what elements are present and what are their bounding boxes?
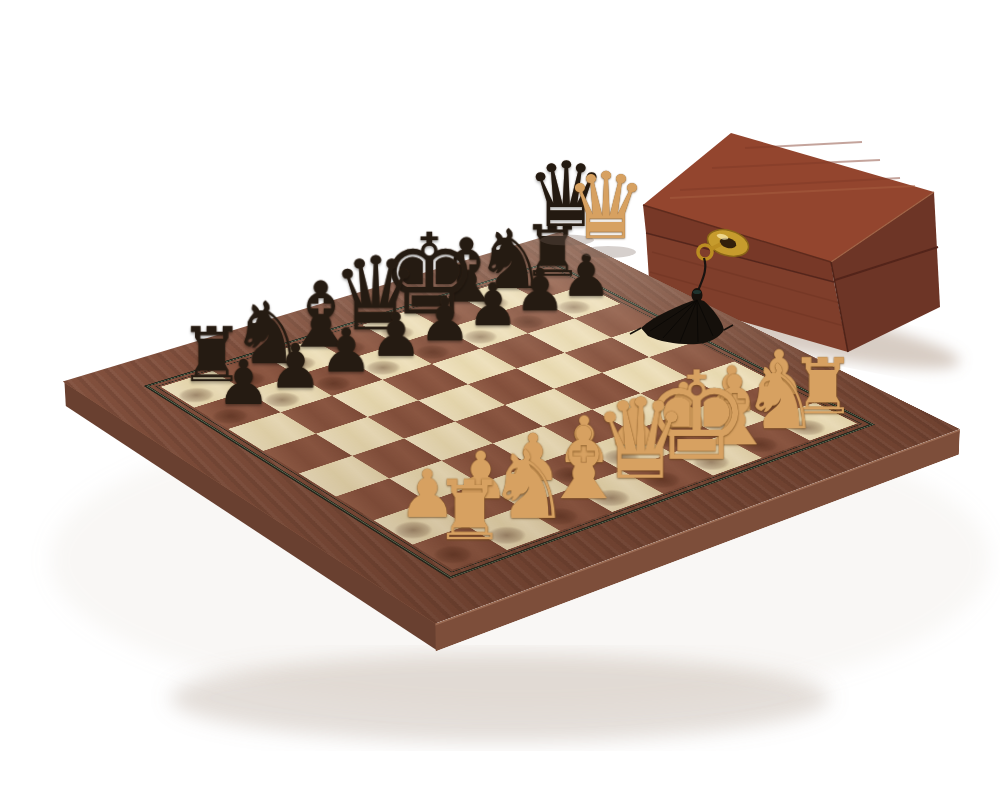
chessboard: ♜♞♝♛♚♝♞♜♟♟♟♟♟♟♟♟♟♟♟♟♟♟♟♟♜♞♝♛♚♝♞♜ [63, 232, 960, 624]
spare-white-queen: ♛ [561, 161, 651, 253]
chess-set-photo: ♜♞♝♛♚♝♞♜♟♟♟♟♟♟♟♟♟♟♟♟♟♟♟♟♜♞♝♛♚♝♞♜ ♛ ♛ [0, 0, 1000, 800]
board-scene: ♜♞♝♛♚♝♞♜♟♟♟♟♟♟♟♟♟♟♟♟♟♟♟♟♜♞♝♛♚♝♞♜ [0, 0, 1000, 800]
piece-black-pawn-a7: ♟ [212, 352, 275, 414]
piece-white-rook-a1: ♜ [433, 470, 501, 552]
